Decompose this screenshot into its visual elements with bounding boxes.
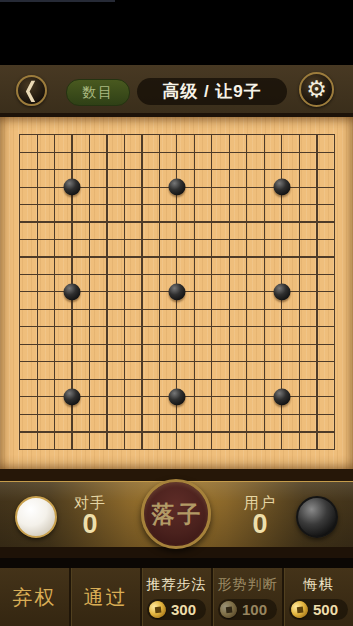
resign-button[interactable]: 弃权 xyxy=(0,568,69,626)
chevron-left-icon: ❮ xyxy=(23,80,37,101)
black-stone xyxy=(274,179,291,196)
coin-icon xyxy=(289,599,310,620)
header: ❮ 数目 高级 / 让9子 ⚙ xyxy=(0,65,353,114)
go-board[interactable] xyxy=(0,117,353,469)
black-stone xyxy=(64,284,81,301)
hint-button[interactable]: 推荐步法 300 xyxy=(140,568,211,626)
hint-label: 推荐步法 xyxy=(147,576,207,594)
play-move-button[interactable]: 落子 xyxy=(141,479,211,549)
estimate-label: 形势判断 xyxy=(218,576,278,594)
status-bar-strip xyxy=(0,0,115,2)
pass-button[interactable]: 通过 xyxy=(69,568,140,626)
undo-button[interactable]: 悔棋 500 xyxy=(282,568,353,626)
coin-icon xyxy=(147,599,168,620)
divider-gap xyxy=(0,558,353,568)
mode-badge-label: 数目 xyxy=(82,84,114,102)
black-stone xyxy=(64,389,81,406)
page-title-text: 高级 / 让9子 xyxy=(162,80,262,103)
undo-label: 悔棋 xyxy=(304,576,334,594)
undo-cost: 500 xyxy=(313,601,338,618)
play-move-label: 落子 xyxy=(152,499,204,530)
black-stone xyxy=(169,284,186,301)
black-stone xyxy=(274,389,291,406)
estimate-cost-pill: 100 xyxy=(218,599,277,620)
undo-cost-pill: 500 xyxy=(289,599,348,620)
hint-cost-pill: 300 xyxy=(147,599,206,620)
black-stone xyxy=(64,179,81,196)
resign-label: 弃权 xyxy=(13,584,57,611)
gear-icon: ⚙ xyxy=(306,78,327,101)
status-bar xyxy=(0,0,353,65)
black-stone xyxy=(274,284,291,301)
estimate-button[interactable]: 形势判断 100 xyxy=(211,568,282,626)
black-stone xyxy=(169,179,186,196)
black-stone xyxy=(169,389,186,406)
coin-icon xyxy=(218,599,239,620)
estimate-cost: 100 xyxy=(242,601,267,618)
hint-cost: 300 xyxy=(171,601,196,618)
page-title: 高级 / 让9子 xyxy=(137,78,287,105)
user-stone-black xyxy=(296,496,338,538)
go-grid[interactable] xyxy=(19,134,335,450)
user-captures: 0 xyxy=(220,509,300,540)
opponent-captures: 0 xyxy=(50,509,130,540)
settings-button[interactable]: ⚙ xyxy=(299,72,334,107)
score-panel: 对手 0 落子 用户 0 xyxy=(0,481,353,549)
pass-label: 通过 xyxy=(84,584,128,611)
action-bar: 弃权 通过 推荐步法 300 形势判断 100 悔棋 500 xyxy=(0,568,353,626)
back-button[interactable]: ❮ xyxy=(16,75,47,106)
mode-badge[interactable]: 数目 xyxy=(66,79,130,106)
